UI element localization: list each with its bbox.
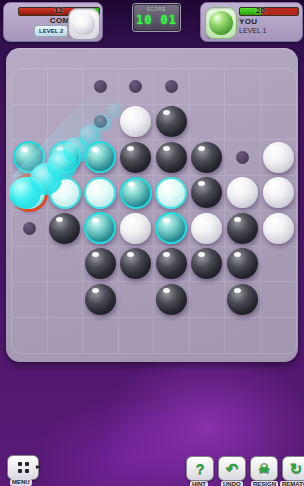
board-cell-b2[interactable] (48, 105, 84, 141)
move-hint-dot[interactable] (129, 80, 142, 93)
board-cell-f6[interactable] (190, 247, 226, 283)
undo-button[interactable]: ↶ (218, 456, 246, 481)
board (6, 48, 298, 362)
you-score: 20 (256, 6, 265, 15)
computer-piece-icon (73, 13, 95, 35)
board-cell-h7[interactable] (261, 282, 297, 318)
board-cell-e1[interactable] (154, 69, 190, 105)
you-level: LEVEL 1 (239, 27, 266, 34)
menu-button[interactable]: ▸ (7, 455, 39, 480)
board-cell-d6[interactable] (119, 247, 155, 283)
black-piece (191, 248, 222, 279)
board-cell-h5[interactable] (261, 211, 297, 247)
board-cell-f5[interactable] (190, 211, 226, 247)
board-cell-a3[interactable] (12, 140, 48, 176)
board-cell-c2[interactable] (83, 105, 119, 141)
flipping-piece-ghost (155, 177, 187, 209)
board-cell-e6[interactable] (154, 247, 190, 283)
board-cell-a5[interactable] (12, 211, 48, 247)
move-hint-dot[interactable] (236, 151, 249, 164)
black-piece (85, 284, 116, 315)
rematch-icon: ↻ (290, 461, 303, 476)
black-piece (49, 213, 80, 244)
board-cell-g3[interactable] (225, 140, 261, 176)
score-display-value: 10 01 (134, 13, 179, 27)
undo-icon: ↶ (226, 461, 239, 476)
flipping-piece (49, 141, 81, 173)
resign-button[interactable]: ☠ (250, 456, 278, 481)
flipping-piece-ghost (84, 177, 116, 209)
black-piece (156, 284, 187, 315)
board-cell-b5[interactable] (48, 211, 84, 247)
black-piece (120, 142, 151, 173)
undo-button-label: UNDO (221, 481, 243, 486)
flipping-piece (120, 177, 152, 209)
you-piece-icon (209, 11, 233, 35)
board-cell-e2[interactable] (154, 105, 190, 141)
board-cell-b8[interactable] (48, 318, 84, 354)
board-cell-d1[interactable] (119, 69, 155, 105)
board-cell-e4[interactable] (154, 176, 190, 212)
rematch-button[interactable]: ↻ (282, 456, 304, 481)
board-cell-d3[interactable] (119, 140, 155, 176)
board-cell-e7[interactable] (154, 282, 190, 318)
board-cell-d7[interactable] (119, 282, 155, 318)
computer-level-chip[interactable]: LEVEL 2 (34, 25, 68, 37)
board-cell-b1[interactable] (48, 69, 84, 105)
board-cell-a7[interactable] (12, 282, 48, 318)
board-cell-h4[interactable] (261, 176, 297, 212)
board-cell-g5[interactable] (225, 211, 261, 247)
board-cell-c1[interactable] (83, 69, 119, 105)
board-cell-g6[interactable] (225, 247, 261, 283)
board-cell-c5[interactable] (83, 211, 119, 247)
board-cell-e8[interactable] (154, 318, 190, 354)
white-piece (263, 142, 294, 173)
flipping-piece (13, 141, 45, 173)
rematch-button-label: REMATCH (280, 481, 304, 486)
board-cell-c7[interactable] (83, 282, 119, 318)
board-cell-c4[interactable] (83, 176, 119, 212)
flipping-piece (155, 212, 187, 244)
board-cell-a4[interactable] (12, 176, 48, 212)
move-hint-dot[interactable] (165, 80, 178, 93)
you-piece-frame (205, 7, 237, 39)
board-cell-a2[interactable] (12, 105, 48, 141)
board-cell-d8[interactable] (119, 318, 155, 354)
board-cell-d2[interactable] (119, 105, 155, 141)
board-cell-e5[interactable] (154, 211, 190, 247)
board-cell-a1[interactable] (12, 69, 48, 105)
board-cell-g7[interactable] (225, 282, 261, 318)
white-piece (227, 177, 258, 208)
flipping-piece (84, 141, 116, 173)
board-cell-d4[interactable] (119, 176, 155, 212)
board-cell-b6[interactable] (48, 247, 84, 283)
black-piece (227, 248, 258, 279)
white-piece (191, 213, 222, 244)
menu-arrow-icon: ▸ (36, 462, 40, 471)
black-piece (85, 248, 116, 279)
move-hint-dot[interactable] (94, 80, 107, 93)
white-piece (120, 106, 151, 137)
board-cell-f4[interactable] (190, 176, 226, 212)
game-screen: 12 COMPUTER LEVEL 2 00:00 SCORE 10 01 20… (0, 0, 304, 486)
board-cell-g8[interactable] (225, 318, 261, 354)
hint-button[interactable]: ? (186, 456, 214, 481)
menu-button-label: MENU (10, 479, 32, 486)
board-grid (11, 68, 297, 354)
black-piece (191, 177, 222, 208)
black-piece (156, 106, 187, 137)
white-piece (120, 213, 151, 244)
hint-button-label: HINT (190, 481, 208, 486)
black-piece (227, 213, 258, 244)
computer-score: 12 (54, 6, 63, 15)
board-cell-g2[interactable] (225, 105, 261, 141)
board-cell-b3[interactable] (48, 140, 84, 176)
board-cell-b4[interactable] (48, 176, 84, 212)
black-piece (120, 248, 151, 279)
board-cell-h1[interactable] (261, 69, 297, 105)
board-cell-a6[interactable] (12, 247, 48, 283)
board-cell-c8[interactable] (83, 318, 119, 354)
computer-panel: 12 COMPUTER LEVEL 2 00:00 (3, 2, 103, 42)
board-cell-c6[interactable] (83, 247, 119, 283)
flipping-piece-ghost (49, 177, 81, 209)
menu-grid-icon (18, 462, 29, 473)
board-cell-c3[interactable] (83, 140, 119, 176)
board-cell-f3[interactable] (190, 140, 226, 176)
board-cell-h8[interactable] (261, 318, 297, 354)
white-piece (263, 213, 294, 244)
resign-button-label: RESIGN (251, 481, 278, 486)
you-progress-bar (239, 7, 299, 16)
flipping-piece (84, 212, 116, 244)
black-piece (227, 284, 258, 315)
board-cell-e3[interactable] (154, 140, 190, 176)
white-piece (263, 177, 294, 208)
score-display: SCORE 10 01 (133, 4, 180, 31)
score-display-label: SCORE (140, 7, 174, 12)
board-cell-f8[interactable] (190, 318, 226, 354)
black-piece (156, 248, 187, 279)
board-cell-a8[interactable] (12, 318, 48, 354)
board-cell-h6[interactable] (261, 247, 297, 283)
board-cell-g1[interactable] (225, 69, 261, 105)
board-cell-b7[interactable] (48, 282, 84, 318)
board-cell-f1[interactable] (190, 69, 226, 105)
move-hint-dot[interactable] (94, 115, 107, 128)
computer-piece-frame (68, 8, 100, 40)
you-panel: 20 YOU LEVEL 1 00:00 (200, 2, 303, 42)
black-piece (191, 142, 222, 173)
board-cell-d5[interactable] (119, 211, 155, 247)
move-hint-dot[interactable] (23, 222, 36, 235)
black-piece (156, 142, 187, 173)
board-cell-h2[interactable] (261, 105, 297, 141)
resign-skull-icon: ☠ (258, 461, 270, 476)
board-cell-f7[interactable] (190, 282, 226, 318)
board-cell-h3[interactable] (261, 140, 297, 176)
board-cell-f2[interactable] (190, 105, 226, 141)
hint-icon: ? (195, 461, 204, 476)
you-name: YOU (239, 17, 257, 26)
last-move-piece (13, 177, 45, 209)
board-cell-g4[interactable] (225, 176, 261, 212)
